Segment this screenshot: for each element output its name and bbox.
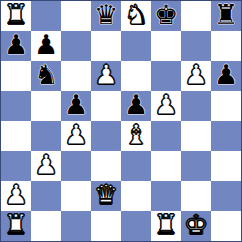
square-b7[interactable]: ♟ [31,31,61,61]
piece-black-knight-b6[interactable]: ♞ [34,61,58,90]
square-a4[interactable] [1,121,31,151]
piece-black-queen-d8[interactable]: ♛ [94,1,118,30]
square-c2[interactable] [61,181,91,211]
square-b5[interactable] [31,91,61,121]
square-a6[interactable] [1,61,31,91]
square-b1[interactable] [31,211,61,241]
square-g3[interactable] [181,151,211,181]
square-e4[interactable]: ♝ [121,121,151,151]
square-d1[interactable] [91,211,121,241]
square-f7[interactable] [151,31,181,61]
square-h7[interactable] [211,31,241,61]
piece-white-pawn-c4[interactable]: ♟ [64,121,88,150]
square-c6[interactable] [61,61,91,91]
piece-black-pawn-b7[interactable]: ♟ [34,31,58,60]
square-e8[interactable]: ♞ [121,1,151,31]
square-h4[interactable] [211,121,241,151]
square-a8[interactable]: ♜ [1,1,31,31]
piece-white-knight-e8[interactable]: ♞ [124,1,148,30]
piece-black-pawn-c5[interactable]: ♟ [64,91,88,120]
square-d3[interactable] [91,151,121,181]
square-b4[interactable] [31,121,61,151]
piece-black-king-f8[interactable]: ♚ [154,1,178,30]
square-h8[interactable]: ♜ [211,1,241,31]
square-g4[interactable] [181,121,211,151]
piece-white-queen-d2[interactable]: ♛ [94,181,118,210]
square-g7[interactable] [181,31,211,61]
square-g2[interactable] [181,181,211,211]
square-e5[interactable]: ♟ [121,91,151,121]
square-d6[interactable]: ♟ [91,61,121,91]
square-f3[interactable] [151,151,181,181]
square-e7[interactable] [121,31,151,61]
piece-white-rook-a1[interactable]: ♜ [4,211,28,240]
piece-black-rook-h8[interactable]: ♜ [214,1,238,30]
chess-board: ♜♛♞♚♜♟♟♞♟♟♟♟♟♟♟♝♟♟♛♜♜♚ [0,0,242,242]
piece-black-pawn-e5[interactable]: ♟ [124,91,148,120]
square-h3[interactable] [211,151,241,181]
square-e6[interactable] [121,61,151,91]
piece-white-bishop-e4[interactable]: ♝ [124,121,148,150]
square-c1[interactable] [61,211,91,241]
square-f5[interactable]: ♟ [151,91,181,121]
square-b2[interactable] [31,181,61,211]
piece-white-pawn-g6[interactable]: ♟ [184,61,208,90]
square-h2[interactable] [211,181,241,211]
square-e3[interactable] [121,151,151,181]
square-c4[interactable]: ♟ [61,121,91,151]
square-d4[interactable] [91,121,121,151]
piece-white-pawn-f5[interactable]: ♟ [154,91,178,120]
square-d8[interactable]: ♛ [91,1,121,31]
piece-white-pawn-b3[interactable]: ♟ [34,151,58,180]
square-a3[interactable] [1,151,31,181]
piece-white-rook-f1[interactable]: ♜ [154,211,178,240]
square-b6[interactable]: ♞ [31,61,61,91]
square-d2[interactable]: ♛ [91,181,121,211]
square-g1[interactable]: ♚ [181,211,211,241]
square-e1[interactable] [121,211,151,241]
square-c3[interactable] [61,151,91,181]
piece-white-king-g1[interactable]: ♚ [184,211,208,240]
square-f6[interactable] [151,61,181,91]
square-e2[interactable] [121,181,151,211]
piece-white-pawn-d6[interactable]: ♟ [94,61,118,90]
square-d5[interactable] [91,91,121,121]
square-a2[interactable]: ♟ [1,181,31,211]
square-a5[interactable] [1,91,31,121]
square-f1[interactable]: ♜ [151,211,181,241]
square-h6[interactable]: ♟ [211,61,241,91]
piece-white-rook-a8[interactable]: ♜ [4,1,28,30]
piece-white-pawn-a2[interactable]: ♟ [4,181,28,210]
square-a1[interactable]: ♜ [1,211,31,241]
piece-black-pawn-a7[interactable]: ♟ [4,31,28,60]
square-b3[interactable]: ♟ [31,151,61,181]
square-b8[interactable] [31,1,61,31]
square-g8[interactable] [181,1,211,31]
square-h1[interactable] [211,211,241,241]
square-f8[interactable]: ♚ [151,1,181,31]
piece-black-pawn-h6[interactable]: ♟ [214,61,238,90]
square-f2[interactable] [151,181,181,211]
square-g5[interactable] [181,91,211,121]
square-d7[interactable] [91,31,121,61]
square-c7[interactable] [61,31,91,61]
square-h5[interactable] [211,91,241,121]
square-c5[interactable]: ♟ [61,91,91,121]
square-a7[interactable]: ♟ [1,31,31,61]
square-g6[interactable]: ♟ [181,61,211,91]
square-f4[interactable] [151,121,181,151]
square-c8[interactable] [61,1,91,31]
